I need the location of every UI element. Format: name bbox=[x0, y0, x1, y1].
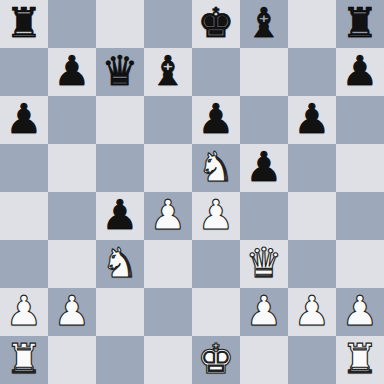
white-pawn: ♟ bbox=[198, 192, 235, 239]
white-pawn: ♟ bbox=[150, 192, 187, 239]
square-h5[interactable] bbox=[336, 144, 384, 192]
square-d4[interactable]: ♟ bbox=[144, 192, 192, 240]
white-queen: ♛ bbox=[246, 240, 283, 287]
black-pawn: ♟ bbox=[198, 96, 235, 143]
square-d2[interactable] bbox=[144, 288, 192, 336]
square-a5[interactable] bbox=[0, 144, 48, 192]
square-b2[interactable]: ♟ bbox=[48, 288, 96, 336]
square-a8[interactable]: ♜ bbox=[0, 0, 48, 48]
square-a3[interactable] bbox=[0, 240, 48, 288]
square-e8[interactable]: ♚ bbox=[192, 0, 240, 48]
black-rook: ♜ bbox=[342, 0, 379, 47]
square-h8[interactable]: ♜ bbox=[336, 0, 384, 48]
square-e1[interactable]: ♚ bbox=[192, 336, 240, 384]
square-d8[interactable] bbox=[144, 0, 192, 48]
square-g4[interactable] bbox=[288, 192, 336, 240]
chess-board: ♜♚♝♜♟♛♝♟♟♟♟♞♟♟♟♟♞♛♟♟♟♟♟♜♚♜ bbox=[0, 0, 384, 384]
square-f3[interactable]: ♛ bbox=[240, 240, 288, 288]
black-pawn: ♟ bbox=[342, 48, 379, 95]
square-f2[interactable]: ♟ bbox=[240, 288, 288, 336]
black-pawn: ♟ bbox=[6, 96, 43, 143]
square-f6[interactable] bbox=[240, 96, 288, 144]
square-c8[interactable] bbox=[96, 0, 144, 48]
white-king: ♚ bbox=[198, 336, 235, 383]
square-g7[interactable] bbox=[288, 48, 336, 96]
white-pawn: ♟ bbox=[246, 288, 283, 335]
square-b3[interactable] bbox=[48, 240, 96, 288]
black-pawn: ♟ bbox=[294, 96, 331, 143]
white-pawn: ♟ bbox=[294, 288, 331, 335]
square-c3[interactable]: ♞ bbox=[96, 240, 144, 288]
square-h2[interactable]: ♟ bbox=[336, 288, 384, 336]
square-e3[interactable] bbox=[192, 240, 240, 288]
square-d6[interactable] bbox=[144, 96, 192, 144]
square-f7[interactable] bbox=[240, 48, 288, 96]
white-pawn: ♟ bbox=[54, 288, 91, 335]
white-pawn: ♟ bbox=[342, 288, 379, 335]
square-e6[interactable]: ♟ bbox=[192, 96, 240, 144]
square-d3[interactable] bbox=[144, 240, 192, 288]
square-b1[interactable] bbox=[48, 336, 96, 384]
square-c6[interactable] bbox=[96, 96, 144, 144]
square-c1[interactable] bbox=[96, 336, 144, 384]
square-f8[interactable]: ♝ bbox=[240, 0, 288, 48]
square-b7[interactable]: ♟ bbox=[48, 48, 96, 96]
square-c7[interactable]: ♛ bbox=[96, 48, 144, 96]
square-e2[interactable] bbox=[192, 288, 240, 336]
square-f5[interactable]: ♟ bbox=[240, 144, 288, 192]
square-h1[interactable]: ♜ bbox=[336, 336, 384, 384]
square-g8[interactable] bbox=[288, 0, 336, 48]
square-b8[interactable] bbox=[48, 0, 96, 48]
square-h3[interactable] bbox=[336, 240, 384, 288]
black-rook: ♜ bbox=[6, 0, 43, 47]
black-pawn: ♟ bbox=[102, 192, 139, 239]
square-b4[interactable] bbox=[48, 192, 96, 240]
square-e4[interactable]: ♟ bbox=[192, 192, 240, 240]
black-pawn: ♟ bbox=[54, 48, 91, 95]
square-a7[interactable] bbox=[0, 48, 48, 96]
white-rook: ♜ bbox=[6, 336, 43, 383]
square-b5[interactable] bbox=[48, 144, 96, 192]
square-f4[interactable] bbox=[240, 192, 288, 240]
square-a1[interactable]: ♜ bbox=[0, 336, 48, 384]
black-bishop: ♝ bbox=[246, 0, 283, 47]
square-a2[interactable]: ♟ bbox=[0, 288, 48, 336]
square-d1[interactable] bbox=[144, 336, 192, 384]
white-pawn: ♟ bbox=[6, 288, 43, 335]
square-h7[interactable]: ♟ bbox=[336, 48, 384, 96]
square-h4[interactable] bbox=[336, 192, 384, 240]
square-d5[interactable] bbox=[144, 144, 192, 192]
square-e7[interactable] bbox=[192, 48, 240, 96]
square-c5[interactable] bbox=[96, 144, 144, 192]
square-a4[interactable] bbox=[0, 192, 48, 240]
square-a6[interactable]: ♟ bbox=[0, 96, 48, 144]
white-knight: ♞ bbox=[198, 144, 235, 191]
square-g3[interactable] bbox=[288, 240, 336, 288]
square-g6[interactable]: ♟ bbox=[288, 96, 336, 144]
black-pawn: ♟ bbox=[246, 144, 283, 191]
square-g2[interactable]: ♟ bbox=[288, 288, 336, 336]
square-f1[interactable] bbox=[240, 336, 288, 384]
square-c2[interactable] bbox=[96, 288, 144, 336]
white-knight: ♞ bbox=[102, 240, 139, 287]
square-h6[interactable] bbox=[336, 96, 384, 144]
square-d7[interactable]: ♝ bbox=[144, 48, 192, 96]
square-g5[interactable] bbox=[288, 144, 336, 192]
square-g1[interactable] bbox=[288, 336, 336, 384]
square-e5[interactable]: ♞ bbox=[192, 144, 240, 192]
black-queen: ♛ bbox=[102, 48, 139, 95]
black-king: ♚ bbox=[198, 0, 235, 47]
square-c4[interactable]: ♟ bbox=[96, 192, 144, 240]
white-rook: ♜ bbox=[342, 336, 379, 383]
square-b6[interactable] bbox=[48, 96, 96, 144]
black-bishop: ♝ bbox=[150, 48, 187, 95]
